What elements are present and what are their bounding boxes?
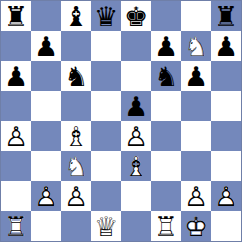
piece-glyph: ♞ xyxy=(151,61,181,91)
piece-white-pawn[interactable]: ♟♙ xyxy=(121,121,151,151)
square-c7[interactable] xyxy=(61,31,91,61)
piece-black-knight[interactable]: ♞ xyxy=(61,61,91,91)
square-a6[interactable]: ♟ xyxy=(1,61,31,91)
piece-outline-glyph: ♗ xyxy=(121,151,151,181)
square-b6[interactable] xyxy=(31,61,61,91)
square-h8[interactable]: ♜ xyxy=(211,1,241,31)
piece-outline-glyph: ♙ xyxy=(61,181,91,211)
square-g7[interactable]: ♞♘ xyxy=(181,31,211,61)
chess-board: ♜♝♛♚♜♟♟♞♘♟♟♞♞♟♟♟♙♝♗♟♙♞♘♝♗♟♙♟♙♟♙♟♙♜♖♛♕♜♖♚… xyxy=(0,0,242,242)
square-c1[interactable] xyxy=(61,211,91,241)
square-d3[interactable] xyxy=(91,151,121,181)
square-b5[interactable] xyxy=(31,91,61,121)
piece-glyph: ♜ xyxy=(211,1,241,31)
piece-black-pawn[interactable]: ♟ xyxy=(211,31,241,61)
square-d4[interactable] xyxy=(91,121,121,151)
square-d8[interactable]: ♛ xyxy=(91,1,121,31)
square-e6[interactable] xyxy=(121,61,151,91)
piece-glyph: ♟ xyxy=(121,91,151,121)
piece-white-bishop[interactable]: ♝♗ xyxy=(61,121,91,151)
piece-white-king[interactable]: ♚♔ xyxy=(181,211,211,241)
piece-glyph: ♟ xyxy=(31,31,61,61)
square-a4[interactable]: ♟♙ xyxy=(1,121,31,151)
piece-white-rook[interactable]: ♜♖ xyxy=(151,211,181,241)
piece-outline-glyph: ♖ xyxy=(1,211,31,241)
piece-black-rook[interactable]: ♜ xyxy=(211,1,241,31)
square-f6[interactable]: ♞ xyxy=(151,61,181,91)
piece-black-bishop[interactable]: ♝ xyxy=(61,1,91,31)
square-c6[interactable]: ♞ xyxy=(61,61,91,91)
square-e1[interactable] xyxy=(121,211,151,241)
square-c3[interactable]: ♞♘ xyxy=(61,151,91,181)
square-g8[interactable] xyxy=(181,1,211,31)
piece-black-king[interactable]: ♚ xyxy=(121,1,151,31)
square-g4[interactable] xyxy=(181,121,211,151)
square-e3[interactable]: ♝♗ xyxy=(121,151,151,181)
piece-outline-glyph: ♙ xyxy=(181,181,211,211)
square-f7[interactable]: ♟ xyxy=(151,31,181,61)
square-a2[interactable] xyxy=(1,181,31,211)
piece-black-pawn[interactable]: ♟ xyxy=(151,31,181,61)
piece-glyph: ♜ xyxy=(1,1,31,31)
square-e5[interactable]: ♟ xyxy=(121,91,151,121)
square-b1[interactable] xyxy=(31,211,61,241)
square-d7[interactable] xyxy=(91,31,121,61)
square-h7[interactable]: ♟ xyxy=(211,31,241,61)
square-e8[interactable]: ♚ xyxy=(121,1,151,31)
piece-outline-glyph: ♙ xyxy=(1,121,31,151)
square-f5[interactable] xyxy=(151,91,181,121)
square-a5[interactable] xyxy=(1,91,31,121)
piece-outline-glyph: ♘ xyxy=(181,31,211,61)
square-g2[interactable]: ♟♙ xyxy=(181,181,211,211)
square-c8[interactable]: ♝ xyxy=(61,1,91,31)
square-a8[interactable]: ♜ xyxy=(1,1,31,31)
piece-outline-glyph: ♔ xyxy=(181,211,211,241)
square-h6[interactable] xyxy=(211,61,241,91)
square-b2[interactable]: ♟♙ xyxy=(31,181,61,211)
piece-outline-glyph: ♗ xyxy=(61,121,91,151)
square-h1[interactable] xyxy=(211,211,241,241)
square-d1[interactable]: ♛♕ xyxy=(91,211,121,241)
square-h5[interactable] xyxy=(211,91,241,121)
piece-outline-glyph: ♕ xyxy=(91,211,121,241)
square-c5[interactable] xyxy=(61,91,91,121)
square-g1[interactable]: ♚♔ xyxy=(181,211,211,241)
square-e4[interactable]: ♟♙ xyxy=(121,121,151,151)
square-h3[interactable] xyxy=(211,151,241,181)
square-a1[interactable]: ♜♖ xyxy=(1,211,31,241)
square-e2[interactable] xyxy=(121,181,151,211)
piece-white-pawn[interactable]: ♟♙ xyxy=(31,181,61,211)
piece-glyph: ♟ xyxy=(151,31,181,61)
square-g6[interactable]: ♟ xyxy=(181,61,211,91)
piece-black-rook[interactable]: ♜ xyxy=(1,1,31,31)
square-g3[interactable] xyxy=(181,151,211,181)
piece-black-pawn[interactable]: ♟ xyxy=(181,61,211,91)
piece-outline-glyph: ♙ xyxy=(121,121,151,151)
piece-glyph: ♞ xyxy=(61,61,91,91)
square-f3[interactable] xyxy=(151,151,181,181)
piece-glyph: ♚ xyxy=(121,1,151,31)
square-b8[interactable] xyxy=(31,1,61,31)
piece-black-pawn[interactable]: ♟ xyxy=(121,91,151,121)
square-c2[interactable]: ♟♙ xyxy=(61,181,91,211)
piece-glyph: ♛ xyxy=(91,1,121,31)
piece-outline-glyph: ♙ xyxy=(211,181,241,211)
square-b3[interactable] xyxy=(31,151,61,181)
square-g5[interactable] xyxy=(181,91,211,121)
square-f2[interactable] xyxy=(151,181,181,211)
square-a3[interactable] xyxy=(1,151,31,181)
piece-glyph: ♟ xyxy=(1,61,31,91)
piece-black-pawn[interactable]: ♟ xyxy=(31,31,61,61)
square-d5[interactable] xyxy=(91,91,121,121)
square-b7[interactable]: ♟ xyxy=(31,31,61,61)
piece-outline-glyph: ♙ xyxy=(31,181,61,211)
square-f1[interactable]: ♜♖ xyxy=(151,211,181,241)
piece-outline-glyph: ♖ xyxy=(151,211,181,241)
square-h4[interactable] xyxy=(211,121,241,151)
piece-white-queen[interactable]: ♛♕ xyxy=(91,211,121,241)
square-h2[interactable]: ♟♙ xyxy=(211,181,241,211)
piece-white-bishop[interactable]: ♝♗ xyxy=(121,151,151,181)
piece-white-knight[interactable]: ♞♘ xyxy=(181,31,211,61)
piece-white-knight[interactable]: ♞♘ xyxy=(61,151,91,181)
piece-white-pawn[interactable]: ♟♙ xyxy=(211,181,241,211)
square-f8[interactable] xyxy=(151,1,181,31)
square-e7[interactable] xyxy=(121,31,151,61)
square-c4[interactable]: ♝♗ xyxy=(61,121,91,151)
piece-black-pawn[interactable]: ♟ xyxy=(1,61,31,91)
square-f4[interactable] xyxy=(151,121,181,151)
piece-glyph: ♟ xyxy=(181,61,211,91)
piece-glyph: ♟ xyxy=(211,31,241,61)
piece-white-rook[interactable]: ♜♖ xyxy=(1,211,31,241)
piece-outline-glyph: ♘ xyxy=(61,151,91,181)
piece-glyph: ♝ xyxy=(61,1,91,31)
piece-white-pawn[interactable]: ♟♙ xyxy=(1,121,31,151)
piece-white-pawn[interactable]: ♟♙ xyxy=(61,181,91,211)
square-a7[interactable] xyxy=(1,31,31,61)
piece-black-knight[interactable]: ♞ xyxy=(151,61,181,91)
square-d6[interactable] xyxy=(91,61,121,91)
piece-black-queen[interactable]: ♛ xyxy=(91,1,121,31)
square-b4[interactable] xyxy=(31,121,61,151)
square-d2[interactable] xyxy=(91,181,121,211)
piece-white-pawn[interactable]: ♟♙ xyxy=(181,181,211,211)
